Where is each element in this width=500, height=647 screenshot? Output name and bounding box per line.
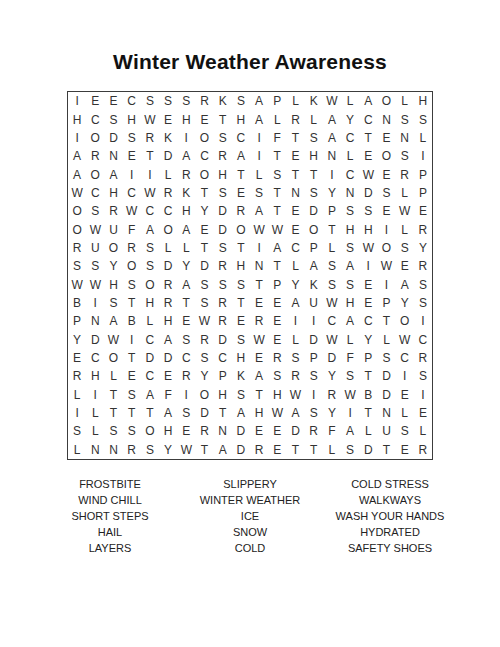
grid-cell-r17c1: L (68, 386, 86, 404)
grid-cell-r8c17: H (359, 220, 377, 238)
grid-cell-r17c13: W (286, 386, 304, 404)
grid-cell-r18c12: W (268, 404, 286, 422)
grid-cell-r15c5: D (141, 349, 159, 367)
grid-cell-r12c6: R (159, 294, 177, 312)
grid-cell-r1c2: E (86, 92, 104, 110)
grid-cell-r11c3: H (104, 276, 122, 294)
grid-cell-r2c2: C (86, 110, 104, 128)
grid-cell-r13c19: O (396, 312, 414, 330)
grid-cell-r13c3: A (104, 312, 122, 330)
grid-cell-r4c4: E (123, 147, 141, 165)
word-column: FROSTBITEWIND CHILLSHORT STEPSHAILLAYERS (40, 476, 180, 556)
grid-cell-r20c19: E (396, 441, 414, 459)
grid-cell-r14c2: D (86, 331, 104, 349)
grid-cell-r9c5: S (141, 239, 159, 257)
grid-cell-r5c3: A (104, 165, 122, 183)
grid-cell-r9c18: O (377, 239, 395, 257)
grid-cell-r13c8: W (195, 312, 213, 330)
grid-cell-r9c9: S (214, 239, 232, 257)
grid-cell-r5c20: P (414, 165, 432, 183)
grid-cell-r18c16: I (341, 404, 359, 422)
grid-cell-r8c7: A (177, 220, 195, 238)
grid-cell-r10c8: D (195, 257, 213, 275)
grid-cell-r20c16: S (341, 441, 359, 459)
grid-cell-r3c19: N (396, 129, 414, 147)
grid-cell-r6c19: L (396, 184, 414, 202)
grid-cell-r20c18: T (377, 441, 395, 459)
grid-cell-r19c19: S (396, 422, 414, 440)
grid-cell-r10c7: Y (177, 257, 195, 275)
grid-cell-r17c11: T (250, 386, 268, 404)
grid-cell-r2c3: S (104, 110, 122, 128)
grid-cell-r16c17: T (359, 367, 377, 385)
grid-cell-r13c10: E (232, 312, 250, 330)
grid-cell-r11c12: P (268, 276, 286, 294)
grid-cell-r9c14: P (305, 239, 323, 257)
grid-cell-r8c4: F (123, 220, 141, 238)
grid-cell-r20c4: R (123, 441, 141, 459)
grid-cell-r6c14: S (305, 184, 323, 202)
grid-cell-r11c14: K (305, 276, 323, 294)
grid-cell-r4c2: R (86, 147, 104, 165)
grid-cell-r7c9: D (214, 202, 232, 220)
grid-cell-r10c18: W (377, 257, 395, 275)
grid-cell-r13c16: A (341, 312, 359, 330)
grid-cell-r15c8: S (195, 349, 213, 367)
grid-cell-r4c9: R (214, 147, 232, 165)
grid-cell-r16c3: L (104, 367, 122, 385)
grid-cell-r6c4: C (123, 184, 141, 202)
grid-cell-r11c19: A (396, 276, 414, 294)
grid-cell-r19c3: S (104, 422, 122, 440)
grid-cell-r3c20: L (414, 129, 432, 147)
grid-cell-r5c18: E (377, 165, 395, 183)
grid-cell-r8c14: O (305, 220, 323, 238)
grid-cell-r17c14: I (305, 386, 323, 404)
grid-cell-r9c7: L (177, 239, 195, 257)
grid-cell-r3c16: C (341, 129, 359, 147)
word-column: SLIPPERYWINTER WEATHERICESNOWCOLD (180, 476, 320, 556)
grid-cell-r1c17: A (359, 92, 377, 110)
grid-cell-r15c16: F (341, 349, 359, 367)
letter-grid: IEECSSSRKSAPLKWLAOLHHCSHWEHETHALRLAYCNSS… (67, 91, 433, 460)
grid-cell-r3c9: S (214, 129, 232, 147)
grid-cell-r4c16: L (341, 147, 359, 165)
grid-cell-r15c18: S (377, 349, 395, 367)
grid-cell-r7c5: C (141, 202, 159, 220)
grid-cell-r14c17: Y (359, 331, 377, 349)
word-list-item: WINTER WEATHER (180, 492, 320, 508)
grid-cell-r4c8: C (195, 147, 213, 165)
grid-cell-r14c12: E (268, 331, 286, 349)
grid-cell-r12c4: T (123, 294, 141, 312)
word-list-item: SNOW (180, 524, 320, 540)
grid-cell-r7c1: O (68, 202, 86, 220)
grid-cell-r16c19: I (396, 367, 414, 385)
grid-cell-r17c6: F (159, 386, 177, 404)
grid-cell-r9c4: R (123, 239, 141, 257)
grid-cell-r10c12: T (268, 257, 286, 275)
grid-cell-r2c14: L (305, 110, 323, 128)
grid-cell-r8c9: D (214, 220, 232, 238)
grid-cell-r12c5: H (141, 294, 159, 312)
grid-cell-r20c2: N (86, 441, 104, 459)
grid-cell-r15c1: E (68, 349, 86, 367)
grid-cell-r12c2: I (86, 294, 104, 312)
grid-cell-r16c8: Y (195, 367, 213, 385)
grid-cell-r4c7: A (177, 147, 195, 165)
grid-cell-r11c5: O (141, 276, 159, 294)
grid-cell-r13c7: E (177, 312, 195, 330)
grid-cell-r4c15: N (323, 147, 341, 165)
grid-cell-r18c11: H (250, 404, 268, 422)
grid-cell-r18c15: Y (323, 404, 341, 422)
grid-cell-r16c11: A (250, 367, 268, 385)
grid-cell-r18c1: I (68, 404, 86, 422)
grid-cell-r7c2: S (86, 202, 104, 220)
word-column: COLD STRESSWALKWAYSWASH YOUR HANDSHYDRAT… (320, 476, 460, 556)
grid-cell-r12c10: T (232, 294, 250, 312)
grid-cell-r2c19: S (396, 110, 414, 128)
grid-cell-r11c11: T (250, 276, 268, 294)
grid-cell-r9c19: S (396, 239, 414, 257)
grid-cell-r14c3: W (104, 331, 122, 349)
grid-cell-r8c11: W (250, 220, 268, 238)
grid-cell-r1c13: L (286, 92, 304, 110)
grid-cell-r8c5: A (141, 220, 159, 238)
grid-cell-r11c20: S (414, 276, 432, 294)
grid-cell-r10c10: H (232, 257, 250, 275)
grid-cell-r10c6: D (159, 257, 177, 275)
grid-cell-r9c12: A (268, 239, 286, 257)
grid-cell-r7c16: S (341, 202, 359, 220)
grid-cell-r13c18: T (377, 312, 395, 330)
grid-cell-r17c20: I (414, 386, 432, 404)
grid-cell-r13c4: B (123, 312, 141, 330)
grid-cell-r5c2: O (86, 165, 104, 183)
grid-cell-r13c12: E (268, 312, 286, 330)
grid-cell-r8c8: E (195, 220, 213, 238)
grid-cell-r10c3: Y (104, 257, 122, 275)
grid-cell-r14c8: R (195, 331, 213, 349)
grid-cell-r10c1: S (68, 257, 86, 275)
word-search-page: Winter Weather Awareness IEECSSSRKSAPLKW… (0, 0, 500, 647)
grid-cell-r19c8: R (195, 422, 213, 440)
grid-cell-r5c5: I (141, 165, 159, 183)
grid-cell-r18c18: N (377, 404, 395, 422)
grid-cell-r11c6: R (159, 276, 177, 294)
word-list-item: FROSTBITE (40, 476, 180, 492)
grid-cell-r11c16: S (341, 276, 359, 294)
grid-cell-r12c12: E (268, 294, 286, 312)
grid-cell-r19c20: L (414, 422, 432, 440)
grid-cell-r17c17: B (359, 386, 377, 404)
grid-cell-r6c10: E (232, 184, 250, 202)
grid-cell-r9c16: S (341, 239, 359, 257)
grid-cell-r18c3: T (104, 404, 122, 422)
word-list: FROSTBITEWIND CHILLSHORT STEPSHAILLAYERS… (40, 476, 460, 556)
grid-cell-r20c12: E (268, 441, 286, 459)
grid-cell-r12c15: W (323, 294, 341, 312)
grid-cell-r2c16: Y (341, 110, 359, 128)
grid-cell-r13c20: I (414, 312, 432, 330)
grid-cell-r5c10: T (232, 165, 250, 183)
word-list-item: COLD (180, 540, 320, 556)
word-list-item: WIND CHILL (40, 492, 180, 508)
grid-cell-r20c3: N (104, 441, 122, 459)
grid-cell-r6c11: S (250, 184, 268, 202)
grid-cell-r1c7: S (177, 92, 195, 110)
grid-cell-r18c14: S (305, 404, 323, 422)
grid-cell-r12c3: S (104, 294, 122, 312)
grid-cell-r13c17: C (359, 312, 377, 330)
grid-cell-r10c5: S (141, 257, 159, 275)
grid-cell-r13c9: R (214, 312, 232, 330)
grid-cell-r9c11: I (250, 239, 268, 257)
grid-cell-r15c15: D (323, 349, 341, 367)
grid-cell-r2c6: E (159, 110, 177, 128)
grid-cell-r18c20: E (414, 404, 432, 422)
grid-cell-r16c16: S (341, 367, 359, 385)
grid-cell-r1c20: H (414, 92, 432, 110)
grid-cell-r5c13: T (286, 165, 304, 183)
grid-cell-r16c9: P (214, 367, 232, 385)
grid-cell-r5c14: T (305, 165, 323, 183)
grid-cell-r9c8: T (195, 239, 213, 257)
grid-cell-r2c11: A (250, 110, 268, 128)
grid-cell-r17c15: R (323, 386, 341, 404)
grid-cell-r19c11: E (250, 422, 268, 440)
grid-cell-r18c19: L (396, 404, 414, 422)
grid-cell-r19c14: R (305, 422, 323, 440)
grid-cell-r1c6: S (159, 92, 177, 110)
grid-cell-r16c10: K (232, 367, 250, 385)
grid-cell-r1c1: I (68, 92, 86, 110)
grid-cell-r18c7: S (177, 404, 195, 422)
grid-cell-r8c16: H (341, 220, 359, 238)
grid-cell-r15c13: S (286, 349, 304, 367)
grid-cell-r3c17: T (359, 129, 377, 147)
grid-cell-r7c12: T (268, 202, 286, 220)
grid-cell-r9c13: C (286, 239, 304, 257)
grid-cell-r15c20: R (414, 349, 432, 367)
grid-cell-r7c4: W (123, 202, 141, 220)
grid-cell-r20c13: T (286, 441, 304, 459)
grid-cell-r14c14: D (305, 331, 323, 349)
grid-cell-r6c15: Y (323, 184, 341, 202)
grid-cell-r19c4: S (123, 422, 141, 440)
grid-cell-r2c12: L (268, 110, 286, 128)
grid-cell-r8c3: U (104, 220, 122, 238)
grid-cell-r3c15: A (323, 129, 341, 147)
grid-cell-r19c16: A (341, 422, 359, 440)
grid-cell-r13c14: I (305, 312, 323, 330)
grid-cell-r4c14: H (305, 147, 323, 165)
grid-cell-r6c2: C (86, 184, 104, 202)
grid-cell-r17c18: D (377, 386, 395, 404)
grid-cell-r17c9: H (214, 386, 232, 404)
grid-cell-r8c15: T (323, 220, 341, 238)
grid-cell-r7c6: C (159, 202, 177, 220)
grid-cell-r9c2: U (86, 239, 104, 257)
grid-cell-r2c9: T (214, 110, 232, 128)
grid-cell-r1c4: C (123, 92, 141, 110)
grid-cell-r18c13: A (286, 404, 304, 422)
word-list-item: WALKWAYS (320, 492, 460, 508)
grid-cell-r20c1: L (68, 441, 86, 459)
grid-cell-r18c5: T (141, 404, 159, 422)
grid-cell-r18c10: A (232, 404, 250, 422)
grid-cell-r20c6: Y (159, 441, 177, 459)
word-list-item: HAIL (40, 524, 180, 540)
grid-cell-r1c19: L (396, 92, 414, 110)
grid-cell-r2c8: E (195, 110, 213, 128)
grid-cell-r7c19: W (396, 202, 414, 220)
grid-cell-r17c8: O (195, 386, 213, 404)
grid-cell-r8c1: O (68, 220, 86, 238)
grid-cell-r17c2: I (86, 386, 104, 404)
grid-cell-r8c10: O (232, 220, 250, 238)
grid-cell-r7c10: R (232, 202, 250, 220)
grid-cell-r12c1: B (68, 294, 86, 312)
grid-cell-r5c11: L (250, 165, 268, 183)
grid-cell-r2c13: R (286, 110, 304, 128)
grid-cell-r4c12: T (268, 147, 286, 165)
grid-cell-r2c7: H (177, 110, 195, 128)
grid-cell-r15c11: E (250, 349, 268, 367)
grid-cell-r5c8: O (195, 165, 213, 183)
grid-cell-r15c6: D (159, 349, 177, 367)
grid-cell-r12c11: E (250, 294, 268, 312)
grid-cell-r6c9: S (214, 184, 232, 202)
grid-cell-r3c6: K (159, 129, 177, 147)
grid-cell-r15c14: P (305, 349, 323, 367)
grid-cell-r4c1: A (68, 147, 86, 165)
grid-cell-r9c17: W (359, 239, 377, 257)
grid-cell-r14c18: L (377, 331, 395, 349)
grid-cell-r18c4: T (123, 404, 141, 422)
grid-cell-r1c3: E (104, 92, 122, 110)
grid-cell-r5c4: I (123, 165, 141, 183)
grid-cell-r2c17: C (359, 110, 377, 128)
grid-cell-r6c12: T (268, 184, 286, 202)
grid-cell-r12c19: Y (396, 294, 414, 312)
grid-cell-r16c5: C (141, 367, 159, 385)
grid-cell-r16c12: S (268, 367, 286, 385)
grid-cell-r7c18: E (377, 202, 395, 220)
grid-cell-r4c17: E (359, 147, 377, 165)
grid-cell-r4c20: I (414, 147, 432, 165)
grid-cell-r13c6: H (159, 312, 177, 330)
grid-cell-r5c1: A (68, 165, 86, 183)
grid-cell-r4c6: D (159, 147, 177, 165)
grid-cell-r16c15: Y (323, 367, 341, 385)
grid-cell-r10c4: O (123, 257, 141, 275)
grid-cell-r14c10: S (232, 331, 250, 349)
grid-cell-r16c6: E (159, 367, 177, 385)
grid-cell-r3c10: C (232, 129, 250, 147)
grid-cell-r5c17: W (359, 165, 377, 183)
grid-cell-r20c9: A (214, 441, 232, 459)
grid-cell-r1c18: O (377, 92, 395, 110)
grid-cell-r18c9: T (214, 404, 232, 422)
grid-cell-r8c18: I (377, 220, 395, 238)
grid-cell-r16c20: S (414, 367, 432, 385)
grid-cell-r10c16: A (341, 257, 359, 275)
grid-cell-r19c18: U (377, 422, 395, 440)
grid-cell-r13c1: P (68, 312, 86, 330)
puzzle-title: Winter Weather Awareness (0, 0, 500, 74)
grid-cell-r4c13: E (286, 147, 304, 165)
grid-cell-r15c7: C (177, 349, 195, 367)
grid-cell-r11c18: I (377, 276, 395, 294)
grid-cell-r3c8: O (195, 129, 213, 147)
grid-cell-r1c8: R (195, 92, 213, 110)
grid-cell-r8c12: W (268, 220, 286, 238)
grid-cell-r10c15: S (323, 257, 341, 275)
grid-cell-r12c8: S (195, 294, 213, 312)
grid-cell-r8c20: R (414, 220, 432, 238)
grid-cell-r7c13: E (286, 202, 304, 220)
grid-cell-r14c13: L (286, 331, 304, 349)
grid-cell-r5c15: I (323, 165, 341, 183)
grid-cell-r8c13: E (286, 220, 304, 238)
grid-cell-r12c17: E (359, 294, 377, 312)
grid-cell-r16c13: R (286, 367, 304, 385)
grid-cell-r14c11: W (250, 331, 268, 349)
grid-cell-r19c6: H (159, 422, 177, 440)
grid-cell-r9c1: R (68, 239, 86, 257)
grid-cell-r17c4: S (123, 386, 141, 404)
grid-cell-r20c5: S (141, 441, 159, 459)
grid-cell-r5c6: L (159, 165, 177, 183)
grid-cell-r7c20: E (414, 202, 432, 220)
grid-cell-r5c9: H (214, 165, 232, 183)
grid-cell-r17c12: H (268, 386, 286, 404)
grid-cell-r9c3: O (104, 239, 122, 257)
grid-cell-r16c7: R (177, 367, 195, 385)
grid-cell-r15c12: R (268, 349, 286, 367)
grid-cell-r19c10: D (232, 422, 250, 440)
word-list-item: WASH YOUR HANDS (320, 508, 460, 524)
grid-cell-r7c7: H (177, 202, 195, 220)
grid-cell-r1c14: K (305, 92, 323, 110)
grid-cell-r9c6: L (159, 239, 177, 257)
grid-cell-r19c7: E (177, 422, 195, 440)
grid-cell-r16c2: H (86, 367, 104, 385)
grid-cell-r3c14: S (305, 129, 323, 147)
grid-cell-r1c12: P (268, 92, 286, 110)
grid-cell-r14c1: Y (68, 331, 86, 349)
grid-cell-r2c20: S (414, 110, 432, 128)
grid-cell-r9c20: Y (414, 239, 432, 257)
grid-cell-r10c11: N (250, 257, 268, 275)
word-list-item: SAFETY SHOES (320, 540, 460, 556)
grid-cell-r13c13: I (286, 312, 304, 330)
grid-cell-r13c15: C (323, 312, 341, 330)
grid-cell-r11c9: S (214, 276, 232, 294)
grid-cell-r2c18: N (377, 110, 395, 128)
grid-cell-r12c16: H (341, 294, 359, 312)
grid-cell-r2c5: W (141, 110, 159, 128)
grid-cell-r17c7: I (177, 386, 195, 404)
grid-cell-r1c16: L (341, 92, 359, 110)
grid-cell-r12c13: A (286, 294, 304, 312)
word-list-item: COLD STRESS (320, 476, 460, 492)
grid-cell-r20c17: D (359, 441, 377, 459)
grid-cell-r3c2: O (86, 129, 104, 147)
grid-cell-r6c6: R (159, 184, 177, 202)
